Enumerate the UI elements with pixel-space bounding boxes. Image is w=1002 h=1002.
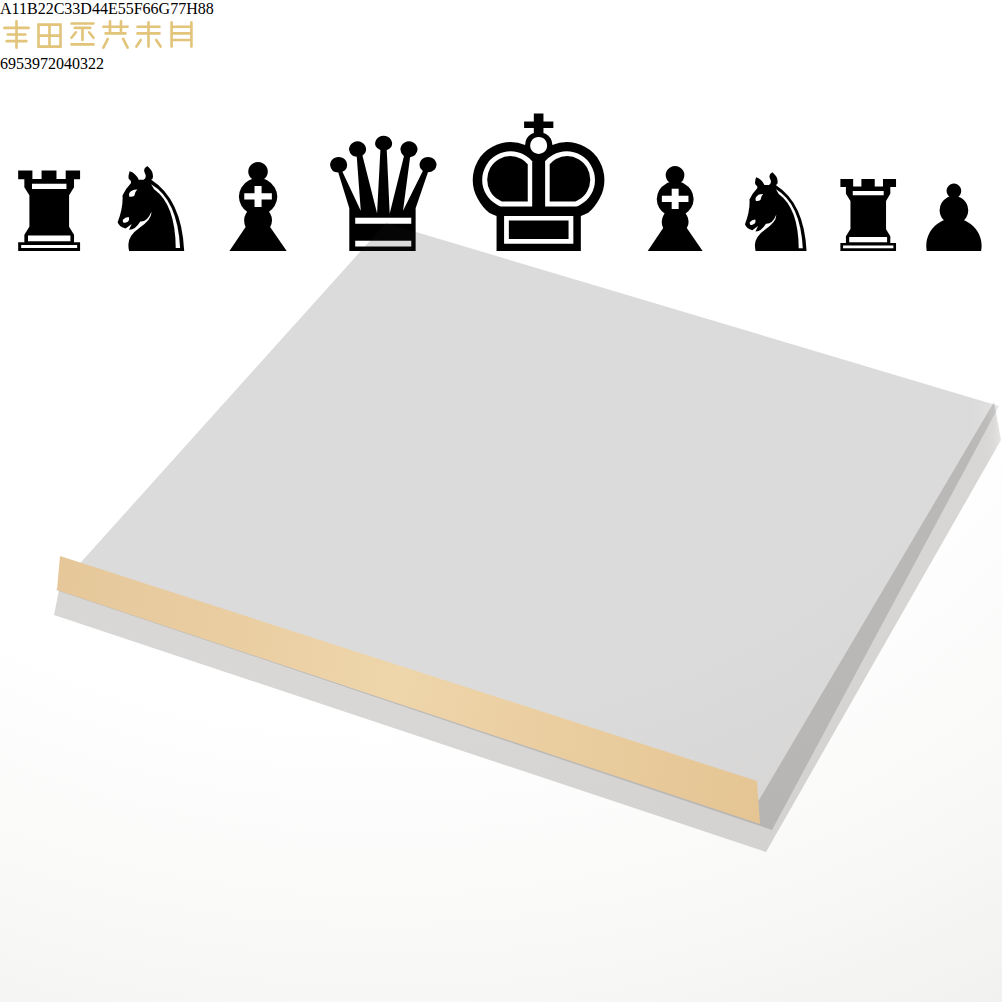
rank-label-left-4: 4	[92, 0, 100, 17]
rank-label-left-7: 7	[170, 0, 178, 17]
rank-label-right-6: 6	[151, 0, 159, 17]
brand-char-3	[66, 37, 99, 54]
barcode-digits: 6953972040322	[0, 55, 1002, 73]
file-label-g: G	[159, 0, 171, 17]
piece-white-pawn-b7[interactable]: ♟	[995, 170, 1002, 271]
piece-white-bishop-f8[interactable]: ♝	[623, 147, 728, 276]
file-label-a: A	[0, 0, 12, 17]
brand-char-1	[0, 37, 33, 54]
brand-char-2	[33, 37, 66, 54]
rank-label-left-8: 8	[198, 0, 206, 17]
piece-white-knight-g8[interactable]: ♞	[727, 155, 824, 274]
coordinate-labels: A11B22C33D44E55F66G77H88	[0, 0, 1002, 18]
piece-white-rook-h8[interactable]: ♜	[824, 163, 913, 272]
rank-label-right-2: 2	[46, 0, 54, 17]
file-label-h: H	[186, 0, 198, 17]
file-label-c: C	[54, 0, 65, 17]
brand-char-5	[132, 37, 165, 54]
board: A11B22C33D44E55F66G77H88 6953972040322	[0, 0, 1002, 73]
file-label-e: E	[108, 0, 118, 17]
rank-label-left-6: 6	[143, 0, 151, 17]
rank-label-right-1: 1	[19, 0, 27, 17]
rank-label-left-2: 2	[38, 0, 46, 17]
chess-set-photo: A11B22C33D44E55F66G77H88 6953972040322 ♜…	[0, 0, 1002, 1002]
rank-label-left-1: 1	[12, 0, 19, 17]
file-label-d: D	[80, 0, 92, 17]
brand-char-4	[99, 37, 132, 54]
piece-white-knight-b8[interactable]: ♞	[99, 147, 203, 276]
piece-white-bishop-c8[interactable]: ♝	[203, 142, 313, 277]
file-label-f: F	[134, 0, 143, 17]
brand-text	[0, 18, 1002, 55]
rank-label-right-4: 4	[100, 0, 108, 17]
piece-white-pawn-a7[interactable]: ♟	[913, 169, 996, 271]
brand-char-6	[165, 37, 198, 54]
piece-white-rook-a8[interactable]: ♜	[0, 153, 99, 275]
barcode-sticker: 6953972040322	[0, 55, 1002, 73]
file-label-b: B	[27, 0, 38, 17]
rank-label-right-7: 7	[178, 0, 186, 17]
rank-label-right-8: 8	[206, 0, 214, 17]
rank-label-right-5: 5	[126, 0, 134, 17]
rank-label-left-5: 5	[118, 0, 126, 17]
